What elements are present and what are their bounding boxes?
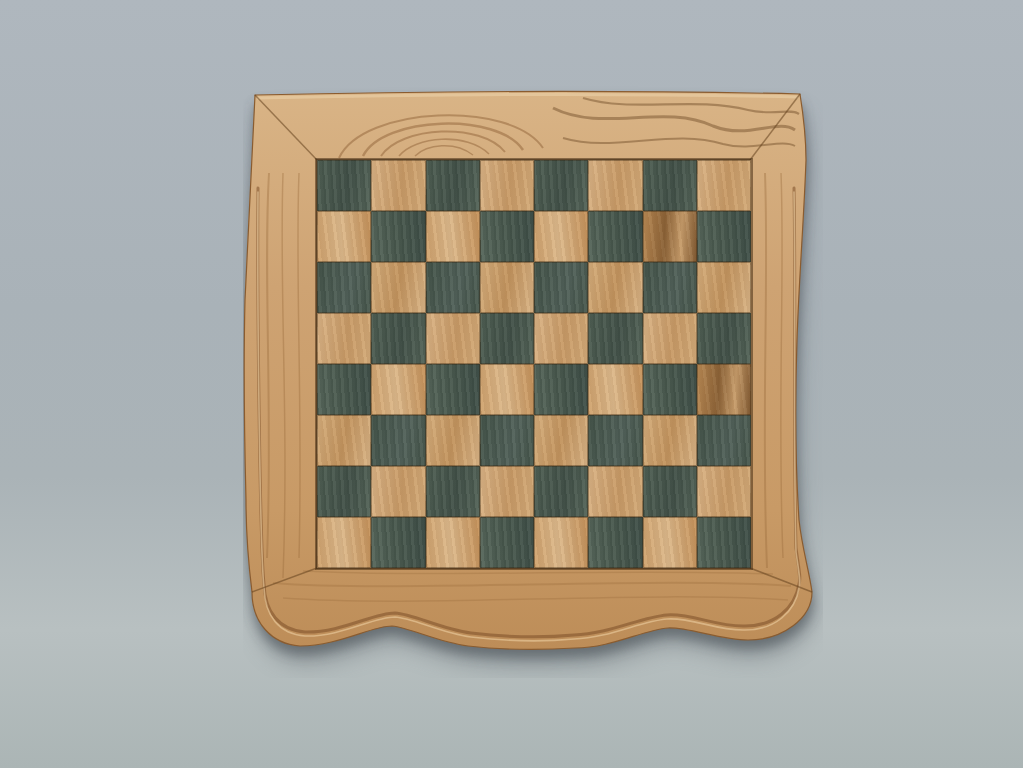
square-r0c1[interactable] — [371, 160, 425, 211]
square-r2c0[interactable] — [317, 262, 371, 313]
square-r6c1[interactable] — [371, 466, 425, 517]
square-r7c2[interactable] — [426, 517, 480, 568]
square-r0c2[interactable] — [426, 160, 480, 211]
square-r5c0[interactable] — [317, 415, 371, 466]
square-r1c6[interactable] — [643, 211, 697, 262]
square-r7c0[interactable] — [317, 517, 371, 568]
square-r3c5[interactable] — [588, 313, 642, 364]
square-r3c2[interactable] — [426, 313, 480, 364]
chess-board — [317, 160, 751, 568]
square-r1c3[interactable] — [480, 211, 534, 262]
square-r6c6[interactable] — [643, 466, 697, 517]
square-r6c3[interactable] — [480, 466, 534, 517]
square-r1c0[interactable] — [317, 211, 371, 262]
square-r5c2[interactable] — [426, 415, 480, 466]
square-r3c1[interactable] — [371, 313, 425, 364]
square-r4c4[interactable] — [534, 364, 588, 415]
square-r4c5[interactable] — [588, 364, 642, 415]
square-r6c2[interactable] — [426, 466, 480, 517]
square-r7c6[interactable] — [643, 517, 697, 568]
square-r1c1[interactable] — [371, 211, 425, 262]
square-r1c5[interactable] — [588, 211, 642, 262]
square-r3c6[interactable] — [643, 313, 697, 364]
square-r6c0[interactable] — [317, 466, 371, 517]
square-r0c3[interactable] — [480, 160, 534, 211]
wall-background — [0, 0, 1023, 768]
square-r3c3[interactable] — [480, 313, 534, 364]
square-r2c3[interactable] — [480, 262, 534, 313]
square-r2c6[interactable] — [643, 262, 697, 313]
square-r4c6[interactable] — [643, 364, 697, 415]
square-r7c4[interactable] — [534, 517, 588, 568]
square-r5c4[interactable] — [534, 415, 588, 466]
square-r0c7[interactable] — [697, 160, 751, 211]
square-r0c6[interactable] — [643, 160, 697, 211]
square-r4c2[interactable] — [426, 364, 480, 415]
square-r3c4[interactable] — [534, 313, 588, 364]
square-r4c1[interactable] — [371, 364, 425, 415]
square-r7c1[interactable] — [371, 517, 425, 568]
square-r2c7[interactable] — [697, 262, 751, 313]
square-r2c1[interactable] — [371, 262, 425, 313]
square-r1c2[interactable] — [426, 211, 480, 262]
square-r5c3[interactable] — [480, 415, 534, 466]
square-r3c0[interactable] — [317, 313, 371, 364]
square-r6c5[interactable] — [588, 466, 642, 517]
square-r2c2[interactable] — [426, 262, 480, 313]
square-r6c4[interactable] — [534, 466, 588, 517]
square-r3c7[interactable] — [697, 313, 751, 364]
square-r7c3[interactable] — [480, 517, 534, 568]
square-r0c0[interactable] — [317, 160, 371, 211]
square-r2c5[interactable] — [588, 262, 642, 313]
square-r2c4[interactable] — [534, 262, 588, 313]
square-r0c4[interactable] — [534, 160, 588, 211]
square-r5c7[interactable] — [697, 415, 751, 466]
square-r0c5[interactable] — [588, 160, 642, 211]
square-r5c6[interactable] — [643, 415, 697, 466]
square-r1c4[interactable] — [534, 211, 588, 262]
square-r7c5[interactable] — [588, 517, 642, 568]
square-r4c3[interactable] — [480, 364, 534, 415]
square-r5c1[interactable] — [371, 415, 425, 466]
square-r1c7[interactable] — [697, 211, 751, 262]
square-r4c7[interactable] — [697, 364, 751, 415]
square-r4c0[interactable] — [317, 364, 371, 415]
square-r7c7[interactable] — [697, 517, 751, 568]
square-r5c5[interactable] — [588, 415, 642, 466]
square-r6c7[interactable] — [697, 466, 751, 517]
